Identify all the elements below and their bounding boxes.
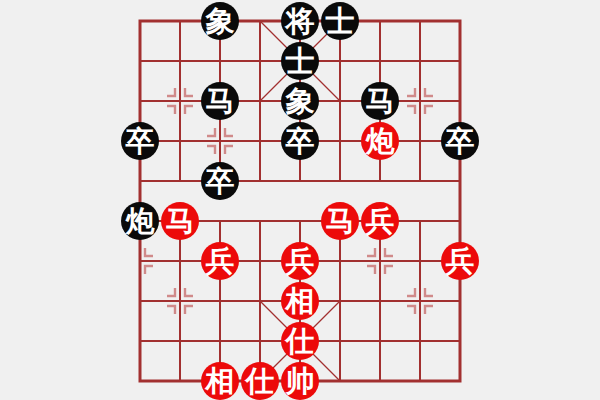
- red-horse[interactable]: 马: [321, 202, 359, 240]
- red-soldier[interactable]: 兵: [281, 242, 319, 280]
- black-soldier[interactable]: 卒: [201, 162, 239, 200]
- black-soldier[interactable]: 卒: [121, 122, 159, 160]
- black-soldier[interactable]: 卒: [441, 122, 479, 160]
- black-soldier[interactable]: 卒: [281, 122, 319, 160]
- black-general[interactable]: 将: [281, 2, 319, 40]
- red-general[interactable]: 帅: [281, 362, 319, 400]
- xiangqi-board[interactable]: 象将士士马象马卒卒卒卒炮炮马马兵兵兵兵相仕相仕帅: [0, 0, 600, 400]
- black-advisor[interactable]: 士: [281, 42, 319, 80]
- red-elephant[interactable]: 相: [201, 362, 239, 400]
- black-horse[interactable]: 马: [201, 82, 239, 120]
- black-elephant[interactable]: 象: [281, 82, 319, 120]
- red-soldier[interactable]: 兵: [441, 242, 479, 280]
- red-advisor[interactable]: 仕: [281, 322, 319, 360]
- black-elephant[interactable]: 象: [201, 2, 239, 40]
- black-advisor[interactable]: 士: [321, 2, 359, 40]
- red-horse[interactable]: 马: [161, 202, 199, 240]
- black-cannon[interactable]: 炮: [121, 202, 159, 240]
- red-advisor[interactable]: 仕: [241, 362, 279, 400]
- red-soldier[interactable]: 兵: [361, 202, 399, 240]
- red-elephant[interactable]: 相: [281, 282, 319, 320]
- red-soldier[interactable]: 兵: [201, 242, 239, 280]
- black-horse[interactable]: 马: [361, 82, 399, 120]
- red-cannon[interactable]: 炮: [361, 122, 399, 160]
